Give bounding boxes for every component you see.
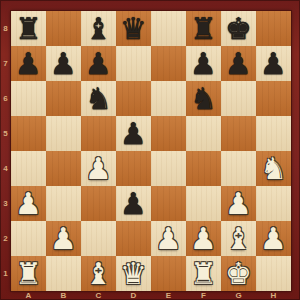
square-f8[interactable]: ♜ (186, 11, 221, 46)
black-bishop-c8-piece[interactable]: ♝ (81, 11, 116, 46)
square-c6[interactable]: ♞ (81, 81, 116, 116)
white-pawn-g3-piece[interactable]: ♟ (221, 186, 256, 221)
black-knight-f6-piece[interactable]: ♞ (186, 81, 221, 116)
square-e7[interactable] (151, 46, 186, 81)
black-queen-d8-piece[interactable]: ♛ (116, 11, 151, 46)
square-d5[interactable]: ♟ (116, 116, 151, 151)
black-rook-a8-piece[interactable]: ♜ (11, 11, 46, 46)
square-g6[interactable] (221, 81, 256, 116)
square-f3[interactable] (186, 186, 221, 221)
black-pawn-h7-piece[interactable]: ♟ (256, 46, 291, 81)
square-e2[interactable]: ♟ (151, 221, 186, 256)
square-c5[interactable] (81, 116, 116, 151)
rank-label-2: 2 (0, 221, 11, 256)
white-bishop-g2-piece[interactable]: ♝ (221, 221, 256, 256)
square-b3[interactable] (46, 186, 81, 221)
square-f2[interactable]: ♟ (186, 221, 221, 256)
file-label-e: E (151, 291, 186, 300)
white-pawn-b2-piece[interactable]: ♟ (46, 221, 81, 256)
square-a2[interactable] (11, 221, 46, 256)
square-d4[interactable] (116, 151, 151, 186)
square-b7[interactable]: ♟ (46, 46, 81, 81)
square-h5[interactable] (256, 116, 291, 151)
white-bishop-c1-piece[interactable]: ♝ (81, 256, 116, 291)
file-label-d: D (116, 291, 151, 300)
chess-board-frame: ♜♝♛♜♚♟♟♟♟♟♟♞♞♟♟♞♟♟♟♟♟♟♝♟♜♝♛♜♚ 87654321AB… (0, 0, 300, 300)
square-d1[interactable]: ♛ (116, 256, 151, 291)
square-a8[interactable]: ♜ (11, 11, 46, 46)
rank-label-4: 4 (0, 151, 11, 186)
square-b6[interactable] (46, 81, 81, 116)
black-pawn-c7-piece[interactable]: ♟ (81, 46, 116, 81)
rank-label-3: 3 (0, 186, 11, 221)
file-label-b: B (46, 291, 81, 300)
square-h4[interactable]: ♞ (256, 151, 291, 186)
square-h3[interactable] (256, 186, 291, 221)
file-label-f: F (186, 291, 221, 300)
black-rook-f8-piece[interactable]: ♜ (186, 11, 221, 46)
file-label-g: G (221, 291, 256, 300)
square-c2[interactable] (81, 221, 116, 256)
white-rook-f1-piece[interactable]: ♜ (186, 256, 221, 291)
rank-label-1: 1 (0, 256, 11, 291)
square-e1[interactable] (151, 256, 186, 291)
square-a3[interactable]: ♟ (11, 186, 46, 221)
square-h8[interactable] (256, 11, 291, 46)
square-g8[interactable]: ♚ (221, 11, 256, 46)
square-f6[interactable]: ♞ (186, 81, 221, 116)
square-d3[interactable]: ♟ (116, 186, 151, 221)
square-f7[interactable]: ♟ (186, 46, 221, 81)
square-b1[interactable] (46, 256, 81, 291)
square-e6[interactable] (151, 81, 186, 116)
square-g5[interactable] (221, 116, 256, 151)
black-pawn-d3-piece[interactable]: ♟ (116, 186, 151, 221)
black-pawn-g7-piece[interactable]: ♟ (221, 46, 256, 81)
square-a5[interactable] (11, 116, 46, 151)
square-b5[interactable] (46, 116, 81, 151)
square-g4[interactable] (221, 151, 256, 186)
square-g2[interactable]: ♝ (221, 221, 256, 256)
square-e3[interactable] (151, 186, 186, 221)
square-d8[interactable]: ♛ (116, 11, 151, 46)
file-label-h: H (256, 291, 291, 300)
square-c4[interactable]: ♟ (81, 151, 116, 186)
white-pawn-h2-piece[interactable]: ♟ (256, 221, 291, 256)
rank-label-7: 7 (0, 46, 11, 81)
white-king-g1-piece[interactable]: ♚ (221, 256, 256, 291)
square-a7[interactable]: ♟ (11, 46, 46, 81)
square-h6[interactable] (256, 81, 291, 116)
black-knight-c6-piece[interactable]: ♞ (81, 81, 116, 116)
square-c7[interactable]: ♟ (81, 46, 116, 81)
square-d2[interactable] (116, 221, 151, 256)
white-pawn-f2-piece[interactable]: ♟ (186, 221, 221, 256)
square-c8[interactable]: ♝ (81, 11, 116, 46)
white-knight-h4-piece[interactable]: ♞ (256, 151, 291, 186)
square-c3[interactable] (81, 186, 116, 221)
black-pawn-b7-piece[interactable]: ♟ (46, 46, 81, 81)
square-d6[interactable] (116, 81, 151, 116)
square-a4[interactable] (11, 151, 46, 186)
square-a1[interactable]: ♜ (11, 256, 46, 291)
square-h2[interactable]: ♟ (256, 221, 291, 256)
square-g7[interactable]: ♟ (221, 46, 256, 81)
rank-label-5: 5 (0, 116, 11, 151)
square-f4[interactable] (186, 151, 221, 186)
white-pawn-a3-piece[interactable]: ♟ (11, 186, 46, 221)
white-rook-a1-piece[interactable]: ♜ (11, 256, 46, 291)
black-king-g8-piece[interactable]: ♚ (221, 11, 256, 46)
white-pawn-c4-piece[interactable]: ♟ (81, 151, 116, 186)
chess-board: ♜♝♛♜♚♟♟♟♟♟♟♞♞♟♟♞♟♟♟♟♟♟♝♟♜♝♛♜♚ (11, 11, 291, 291)
square-f5[interactable] (186, 116, 221, 151)
square-c1[interactable]: ♝ (81, 256, 116, 291)
black-pawn-f7-piece[interactable]: ♟ (186, 46, 221, 81)
file-label-c: C (81, 291, 116, 300)
square-f1[interactable]: ♜ (186, 256, 221, 291)
square-b2[interactable]: ♟ (46, 221, 81, 256)
square-g1[interactable]: ♚ (221, 256, 256, 291)
white-queen-d1-piece[interactable]: ♛ (116, 256, 151, 291)
square-e8[interactable] (151, 11, 186, 46)
square-h7[interactable]: ♟ (256, 46, 291, 81)
rank-label-6: 6 (0, 81, 11, 116)
square-g3[interactable]: ♟ (221, 186, 256, 221)
file-label-a: A (11, 291, 46, 300)
rank-label-8: 8 (0, 11, 11, 46)
square-a6[interactable] (11, 81, 46, 116)
square-e4[interactable] (151, 151, 186, 186)
square-b8[interactable] (46, 11, 81, 46)
square-h1[interactable] (256, 256, 291, 291)
black-pawn-d5-piece[interactable]: ♟ (116, 116, 151, 151)
square-d7[interactable] (116, 46, 151, 81)
square-e5[interactable] (151, 116, 186, 151)
white-pawn-e2-piece[interactable]: ♟ (151, 221, 186, 256)
black-pawn-a7-piece[interactable]: ♟ (11, 46, 46, 81)
square-b4[interactable] (46, 151, 81, 186)
